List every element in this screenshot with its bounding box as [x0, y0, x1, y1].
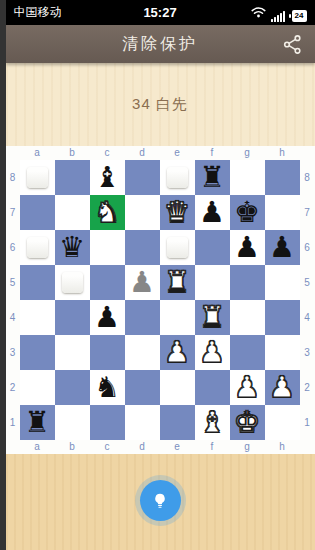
- square-c4[interactable]: ♟: [90, 300, 125, 335]
- square-d8[interactable]: [125, 160, 160, 195]
- file-label: b: [55, 440, 90, 454]
- rank-label: 5: [6, 265, 20, 300]
- move-hint-marker: [27, 237, 48, 258]
- file-labels-top: abcdefgh: [20, 146, 300, 160]
- square-d2[interactable]: [125, 370, 160, 405]
- square-a6[interactable]: [20, 230, 55, 265]
- footer-bar: [6, 454, 315, 550]
- white-bishop[interactable]: ♝: [195, 405, 230, 440]
- file-label: a: [20, 146, 55, 160]
- square-e7[interactable]: ♛: [160, 195, 195, 230]
- square-b5[interactable]: [55, 265, 90, 300]
- rank-label: 6: [300, 230, 315, 265]
- rank-label: 3: [300, 335, 315, 370]
- file-label: d: [125, 146, 160, 160]
- battery-icon: 24: [292, 10, 307, 22]
- file-label: b: [55, 146, 90, 160]
- black-queen[interactable]: ♛: [55, 230, 90, 265]
- white-king[interactable]: ♚: [230, 405, 265, 440]
- white-pawn[interactable]: ♟: [195, 335, 230, 370]
- app-screen: 中国移动 15:27 24 清除保护: [6, 0, 315, 550]
- share-button[interactable]: [281, 32, 305, 56]
- black-rook[interactable]: ♜: [20, 405, 55, 440]
- square-b7[interactable]: [55, 195, 90, 230]
- signal-strength-icon: [271, 11, 285, 22]
- square-e1[interactable]: [160, 405, 195, 440]
- square-e3[interactable]: ♟: [160, 335, 195, 370]
- move-hint-marker: [62, 272, 83, 293]
- square-c3[interactable]: [90, 335, 125, 370]
- square-f6[interactable]: [195, 230, 230, 265]
- white-knight[interactable]: ♞: [90, 195, 125, 230]
- square-g1[interactable]: ♚: [230, 405, 265, 440]
- square-g3[interactable]: [230, 335, 265, 370]
- square-f2[interactable]: [195, 370, 230, 405]
- square-b3[interactable]: [55, 335, 90, 370]
- rank-label: 3: [6, 335, 20, 370]
- rank-label: 1: [6, 405, 20, 440]
- square-f8[interactable]: ♜: [195, 160, 230, 195]
- status-bar: 中国移动 15:27 24: [6, 0, 315, 25]
- black-pawn[interactable]: ♟: [230, 230, 265, 265]
- square-g7[interactable]: ♚: [230, 195, 265, 230]
- file-label: h: [265, 440, 300, 454]
- square-g8[interactable]: [230, 160, 265, 195]
- file-label: a: [20, 440, 55, 454]
- file-label: c: [90, 440, 125, 454]
- black-rook[interactable]: ♜: [195, 160, 230, 195]
- file-label: g: [230, 146, 265, 160]
- square-h6[interactable]: ♟: [265, 230, 300, 265]
- white-rook[interactable]: ♜: [195, 300, 230, 335]
- file-labels-bottom: abcdefgh: [20, 440, 300, 454]
- square-h8[interactable]: [265, 160, 300, 195]
- square-e4[interactable]: [160, 300, 195, 335]
- puzzle-number-label: 34 白先: [132, 95, 188, 114]
- lightbulb-icon: [151, 492, 169, 510]
- black-pawn[interactable]: ♟: [125, 265, 160, 300]
- rank-label: 2: [300, 370, 315, 405]
- share-icon: [283, 35, 302, 54]
- rank-label: 6: [6, 230, 20, 265]
- file-label: f: [195, 146, 230, 160]
- square-h3[interactable]: [265, 335, 300, 370]
- white-queen[interactable]: ♛: [160, 195, 195, 230]
- square-a2[interactable]: [20, 370, 55, 405]
- square-h4[interactable]: [265, 300, 300, 335]
- square-h1[interactable]: [265, 405, 300, 440]
- file-label: d: [125, 440, 160, 454]
- square-c1[interactable]: [90, 405, 125, 440]
- square-f5[interactable]: [195, 265, 230, 300]
- square-d6[interactable]: [125, 230, 160, 265]
- hint-button[interactable]: [140, 480, 181, 521]
- square-e6[interactable]: [160, 230, 195, 265]
- black-pawn[interactable]: ♟: [90, 300, 125, 335]
- rank-label: 2: [6, 370, 20, 405]
- wifi-icon: [251, 4, 266, 22]
- rank-label: 4: [6, 300, 20, 335]
- square-a1[interactable]: ♜: [20, 405, 55, 440]
- rank-label: 4: [300, 300, 315, 335]
- square-b8[interactable]: [55, 160, 90, 195]
- square-d5[interactable]: ♟: [125, 265, 160, 300]
- square-e2[interactable]: [160, 370, 195, 405]
- square-d4[interactable]: [125, 300, 160, 335]
- square-b4[interactable]: [55, 300, 90, 335]
- square-h7[interactable]: [265, 195, 300, 230]
- rank-label: 7: [300, 195, 315, 230]
- file-label: c: [90, 146, 125, 160]
- battery-percent: 24: [295, 10, 304, 22]
- square-d7[interactable]: [125, 195, 160, 230]
- square-a4[interactable]: [20, 300, 55, 335]
- file-label: e: [160, 146, 195, 160]
- square-g6[interactable]: ♟: [230, 230, 265, 265]
- square-c8[interactable]: ♝: [90, 160, 125, 195]
- square-c2[interactable]: ♞: [90, 370, 125, 405]
- square-c6[interactable]: [90, 230, 125, 265]
- square-g4[interactable]: [230, 300, 265, 335]
- square-f7[interactable]: ♟: [195, 195, 230, 230]
- square-a8[interactable]: [20, 160, 55, 195]
- move-hint-marker: [27, 167, 48, 188]
- black-bishop[interactable]: ♝: [90, 160, 125, 195]
- square-d3[interactable]: [125, 335, 160, 370]
- rank-label: 8: [300, 160, 315, 195]
- move-hint-marker: [167, 167, 188, 188]
- black-king[interactable]: ♚: [230, 195, 265, 230]
- square-c5[interactable]: [90, 265, 125, 300]
- square-g2[interactable]: ♟: [230, 370, 265, 405]
- square-f4[interactable]: ♜: [195, 300, 230, 335]
- square-d1[interactable]: [125, 405, 160, 440]
- black-pawn[interactable]: ♟: [265, 230, 300, 265]
- rank-label: 8: [6, 160, 20, 195]
- white-pawn[interactable]: ♟: [160, 335, 195, 370]
- rank-label: 1: [300, 405, 315, 440]
- square-a5[interactable]: [20, 265, 55, 300]
- square-e8[interactable]: [160, 160, 195, 195]
- rank-labels-right: 87654321: [300, 160, 315, 440]
- move-hint-marker: [167, 237, 188, 258]
- square-f1[interactable]: ♝: [195, 405, 230, 440]
- file-label: f: [195, 440, 230, 454]
- rank-label: 5: [300, 265, 315, 300]
- rank-labels-left: 87654321: [6, 160, 20, 440]
- square-h5[interactable]: [265, 265, 300, 300]
- square-g5[interactable]: [230, 265, 265, 300]
- square-h2[interactable]: ♟: [265, 370, 300, 405]
- rank-label: 7: [6, 195, 20, 230]
- square-b1[interactable]: [55, 405, 90, 440]
- puzzle-caption-area: 34 白先: [6, 63, 315, 146]
- square-b2[interactable]: [55, 370, 90, 405]
- file-label: h: [265, 146, 300, 160]
- header: 清除保护: [6, 25, 315, 63]
- square-c7[interactable]: ♞: [90, 195, 125, 230]
- file-label: e: [160, 440, 195, 454]
- chess-board: abcdefgh 87654321 ♝♜♞♛♟♚♛♟♟♟♜♟♜♟♟♞♟♟♜♝♚ …: [6, 146, 315, 454]
- square-e5[interactable]: ♜: [160, 265, 195, 300]
- file-label: g: [230, 440, 265, 454]
- white-pawn[interactable]: ♟: [265, 370, 300, 405]
- board-grid: ♝♜♞♛♟♚♛♟♟♟♜♟♜♟♟♞♟♟♜♝♚: [20, 160, 300, 440]
- square-a3[interactable]: [20, 335, 55, 370]
- square-f3[interactable]: ♟: [195, 335, 230, 370]
- square-a7[interactable]: [20, 195, 55, 230]
- black-knight[interactable]: ♞: [90, 370, 125, 405]
- square-b6[interactable]: ♛: [55, 230, 90, 265]
- black-pawn[interactable]: ♟: [195, 195, 230, 230]
- white-rook[interactable]: ♜: [160, 265, 195, 300]
- white-pawn[interactable]: ♟: [230, 370, 265, 405]
- page-title: 清除保护: [122, 34, 198, 55]
